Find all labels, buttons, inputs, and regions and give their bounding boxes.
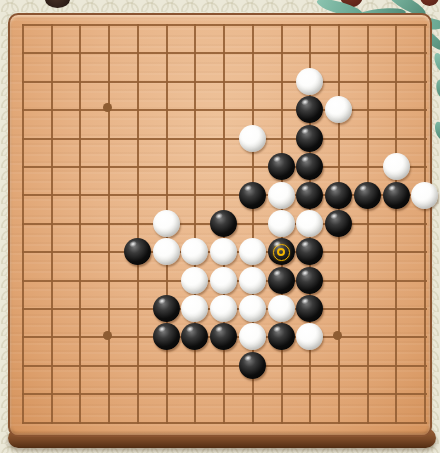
board-intersection[interactable] xyxy=(209,39,238,67)
white-stone xyxy=(296,323,323,350)
board-intersection[interactable] xyxy=(94,408,123,436)
board-intersection[interactable] xyxy=(238,408,267,436)
board-intersection[interactable] xyxy=(267,11,296,39)
board-intersection[interactable] xyxy=(353,351,382,379)
white-stone xyxy=(210,267,237,294)
board-intersection[interactable] xyxy=(410,11,439,39)
board-intersection[interactable] xyxy=(94,351,123,379)
board-intersection[interactable] xyxy=(382,408,411,436)
black-stone xyxy=(268,323,295,350)
black-stone xyxy=(296,267,323,294)
board-intersection[interactable] xyxy=(8,266,37,294)
board-intersection[interactable] xyxy=(37,238,66,266)
board-intersection[interactable] xyxy=(8,124,37,152)
board-intersection[interactable] xyxy=(324,294,353,322)
black-stone xyxy=(296,96,323,123)
board-intersection xyxy=(238,266,267,294)
board-intersection[interactable] xyxy=(66,323,95,351)
board-intersection[interactable] xyxy=(267,39,296,67)
board-intersection[interactable] xyxy=(152,11,181,39)
board-intersection[interactable] xyxy=(238,152,267,180)
white-stone xyxy=(210,238,237,265)
board-intersection[interactable] xyxy=(152,96,181,124)
board-intersection[interactable] xyxy=(382,11,411,39)
board-intersection[interactable] xyxy=(8,351,37,379)
board-intersection[interactable] xyxy=(238,380,267,408)
board-intersection[interactable] xyxy=(296,351,325,379)
board-intersection xyxy=(296,67,325,95)
board-intersection[interactable] xyxy=(382,39,411,67)
board-intersection[interactable] xyxy=(209,96,238,124)
black-stone xyxy=(268,267,295,294)
board-intersection xyxy=(181,323,210,351)
board-intersection[interactable] xyxy=(66,408,95,436)
board-intersection[interactable] xyxy=(382,294,411,322)
board-intersection xyxy=(267,181,296,209)
board-intersection[interactable] xyxy=(94,152,123,180)
board-intersection[interactable] xyxy=(8,11,37,39)
board-intersection[interactable] xyxy=(181,408,210,436)
board-intersection[interactable] xyxy=(8,408,37,436)
board-intersection[interactable] xyxy=(324,380,353,408)
board-intersection[interactable] xyxy=(123,380,152,408)
board-intersection[interactable] xyxy=(382,266,411,294)
board-intersection xyxy=(238,351,267,379)
black-stone xyxy=(239,352,266,379)
board-intersection[interactable] xyxy=(8,209,37,237)
board-intersection[interactable] xyxy=(8,39,37,67)
board-intersection[interactable] xyxy=(209,11,238,39)
board-intersection[interactable] xyxy=(353,11,382,39)
board-intersection[interactable] xyxy=(66,11,95,39)
board-intersection[interactable] xyxy=(410,380,439,408)
board-intersection[interactable] xyxy=(123,152,152,180)
board-intersection[interactable] xyxy=(267,67,296,95)
stone-grid xyxy=(8,11,439,437)
board-intersection[interactable] xyxy=(8,323,37,351)
board-intersection[interactable] xyxy=(324,238,353,266)
white-stone xyxy=(239,267,266,294)
board-intersection[interactable] xyxy=(410,351,439,379)
board-intersection xyxy=(181,294,210,322)
white-stone xyxy=(296,68,323,95)
white-stone xyxy=(268,182,295,209)
board-intersection[interactable] xyxy=(238,209,267,237)
board-intersection[interactable] xyxy=(123,39,152,67)
board-intersection[interactable] xyxy=(324,351,353,379)
white-stone xyxy=(239,323,266,350)
board-intersection xyxy=(296,152,325,180)
board-intersection xyxy=(324,96,353,124)
board-intersection[interactable] xyxy=(66,124,95,152)
board-intersection[interactable] xyxy=(353,294,382,322)
board-intersection xyxy=(209,209,238,237)
board-intersection[interactable] xyxy=(353,323,382,351)
board-intersection[interactable] xyxy=(410,209,439,237)
board-intersection xyxy=(296,181,325,209)
board-intersection[interactable] xyxy=(152,408,181,436)
board-intersection[interactable] xyxy=(353,67,382,95)
board-intersection[interactable] xyxy=(37,96,66,124)
board-intersection[interactable] xyxy=(66,380,95,408)
board-intersection[interactable] xyxy=(66,152,95,180)
board-intersection[interactable] xyxy=(37,380,66,408)
board-intersection[interactable] xyxy=(37,323,66,351)
board-intersection[interactable] xyxy=(324,408,353,436)
board-intersection[interactable] xyxy=(353,408,382,436)
board-intersection xyxy=(238,238,267,266)
board-intersection[interactable] xyxy=(353,380,382,408)
board-intersection xyxy=(410,181,439,209)
board-intersection[interactable] xyxy=(66,67,95,95)
board-intersection xyxy=(267,294,296,322)
black-stone xyxy=(153,295,180,322)
board-intersection[interactable] xyxy=(382,238,411,266)
board-intersection[interactable] xyxy=(410,294,439,322)
board-intersection[interactable] xyxy=(66,294,95,322)
white-stone xyxy=(268,295,295,322)
board-intersection[interactable] xyxy=(123,209,152,237)
board-intersection[interactable] xyxy=(94,11,123,39)
board-intersection[interactable] xyxy=(123,408,152,436)
board-intersection[interactable] xyxy=(209,181,238,209)
black-stone xyxy=(210,323,237,350)
white-stone xyxy=(239,238,266,265)
board-intersection xyxy=(267,238,296,266)
board-intersection[interactable] xyxy=(37,266,66,294)
board-intersection[interactable] xyxy=(94,67,123,95)
black-stone xyxy=(383,182,410,209)
board-intersection xyxy=(152,209,181,237)
board-intersection[interactable] xyxy=(353,96,382,124)
board-intersection[interactable] xyxy=(209,124,238,152)
board-intersection[interactable] xyxy=(152,67,181,95)
board-intersection[interactable] xyxy=(123,294,152,322)
black-stone xyxy=(296,238,323,265)
black-stone xyxy=(124,238,151,265)
board-intersection[interactable] xyxy=(267,96,296,124)
board-intersection[interactable] xyxy=(152,124,181,152)
board-intersection[interactable] xyxy=(410,323,439,351)
white-stone xyxy=(153,238,180,265)
white-stone xyxy=(411,182,438,209)
white-stone xyxy=(239,295,266,322)
board-intersection[interactable] xyxy=(382,96,411,124)
black-stone xyxy=(210,210,237,237)
board-intersection[interactable] xyxy=(181,181,210,209)
board-intersection xyxy=(209,294,238,322)
board-intersection[interactable] xyxy=(152,380,181,408)
board-intersection[interactable] xyxy=(410,39,439,67)
board-intersection[interactable] xyxy=(123,266,152,294)
board-intersection[interactable] xyxy=(94,266,123,294)
board-intersection[interactable] xyxy=(94,124,123,152)
board-intersection xyxy=(152,238,181,266)
board-intersection[interactable] xyxy=(296,408,325,436)
board-intersection[interactable] xyxy=(267,380,296,408)
board-intersection[interactable] xyxy=(152,266,181,294)
board-intersection[interactable] xyxy=(209,152,238,180)
black-stone xyxy=(325,182,352,209)
board-intersection[interactable] xyxy=(267,351,296,379)
board-intersection[interactable] xyxy=(123,124,152,152)
board-intersection[interactable] xyxy=(123,96,152,124)
board-intersection xyxy=(296,238,325,266)
board-intersection[interactable] xyxy=(8,181,37,209)
board-intersection xyxy=(382,152,411,180)
board-intersection[interactable] xyxy=(37,408,66,436)
board-intersection[interactable] xyxy=(410,238,439,266)
board-intersection[interactable] xyxy=(94,294,123,322)
board-intersection[interactable] xyxy=(267,408,296,436)
black-stone xyxy=(153,323,180,350)
board-intersection[interactable] xyxy=(37,181,66,209)
board-intersection xyxy=(267,323,296,351)
board-intersection[interactable] xyxy=(123,11,152,39)
black-stone xyxy=(296,153,323,180)
board-intersection[interactable] xyxy=(66,238,95,266)
board-intersection[interactable] xyxy=(382,351,411,379)
black-stone xyxy=(296,125,323,152)
board-intersection[interactable] xyxy=(66,39,95,67)
white-stone xyxy=(268,210,295,237)
board-intersection[interactable] xyxy=(353,266,382,294)
board-intersection[interactable] xyxy=(94,96,123,124)
board-surface xyxy=(8,13,432,437)
board-intersection[interactable] xyxy=(181,152,210,180)
board-intersection[interactable] xyxy=(382,380,411,408)
board-intersection[interactable] xyxy=(410,96,439,124)
board-intersection xyxy=(353,181,382,209)
white-stone xyxy=(181,238,208,265)
board-intersection xyxy=(181,238,210,266)
board-intersection[interactable] xyxy=(123,351,152,379)
board-intersection[interactable] xyxy=(94,39,123,67)
board-intersection[interactable] xyxy=(37,124,66,152)
board-intersection[interactable] xyxy=(37,67,66,95)
board-intersection[interactable] xyxy=(238,96,267,124)
gomoku-board xyxy=(8,13,436,448)
white-stone xyxy=(210,295,237,322)
board-intersection xyxy=(296,124,325,152)
board-intersection[interactable] xyxy=(37,152,66,180)
board-intersection xyxy=(152,323,181,351)
board-intersection xyxy=(296,209,325,237)
board-intersection[interactable] xyxy=(324,67,353,95)
board-intersection[interactable] xyxy=(238,39,267,67)
board-intersection[interactable] xyxy=(181,209,210,237)
board-intersection[interactable] xyxy=(324,39,353,67)
board-intersection[interactable] xyxy=(123,323,152,351)
board-intersection[interactable] xyxy=(8,294,37,322)
board-intersection[interactable] xyxy=(8,152,37,180)
board-intersection[interactable] xyxy=(324,266,353,294)
board-intersection[interactable] xyxy=(353,124,382,152)
board-intersection[interactable] xyxy=(181,351,210,379)
board-intersection[interactable] xyxy=(353,209,382,237)
board-intersection xyxy=(123,238,152,266)
board-intersection[interactable] xyxy=(123,67,152,95)
board-intersection xyxy=(238,181,267,209)
board-intersection[interactable] xyxy=(37,294,66,322)
black-stone xyxy=(296,295,323,322)
board-intersection[interactable] xyxy=(324,124,353,152)
board-intersection[interactable] xyxy=(410,67,439,95)
white-stone xyxy=(383,153,410,180)
board-intersection[interactable] xyxy=(181,67,210,95)
last-move-marker xyxy=(273,244,290,261)
board-intersection[interactable] xyxy=(66,181,95,209)
board-intersection[interactable] xyxy=(66,209,95,237)
board-intersection[interactable] xyxy=(94,323,123,351)
board-intersection[interactable] xyxy=(296,39,325,67)
black-stone xyxy=(239,182,266,209)
board-intersection[interactable] xyxy=(37,351,66,379)
board-intersection xyxy=(296,266,325,294)
board-intersection[interactable] xyxy=(410,408,439,436)
board-intersection[interactable] xyxy=(181,39,210,67)
board-intersection[interactable] xyxy=(209,351,238,379)
board-intersection[interactable] xyxy=(181,380,210,408)
board-intersection[interactable] xyxy=(382,67,411,95)
board-intersection[interactable] xyxy=(410,152,439,180)
black-stone xyxy=(181,323,208,350)
white-stone xyxy=(296,210,323,237)
board-intersection[interactable] xyxy=(296,380,325,408)
board-intersection[interactable] xyxy=(181,96,210,124)
board-intersection[interactable] xyxy=(382,124,411,152)
board-intersection[interactable] xyxy=(181,11,210,39)
black-stone xyxy=(268,153,295,180)
board-intersection xyxy=(209,323,238,351)
board-intersection[interactable] xyxy=(296,11,325,39)
board-intersection xyxy=(238,124,267,152)
black-stone xyxy=(325,210,352,237)
board-intersection[interactable] xyxy=(37,39,66,67)
board-intersection[interactable] xyxy=(94,209,123,237)
board-intersection[interactable] xyxy=(353,152,382,180)
board-intersection[interactable] xyxy=(152,152,181,180)
board-intersection[interactable] xyxy=(8,67,37,95)
board-intersection[interactable] xyxy=(66,96,95,124)
stone-bowl-icon xyxy=(420,0,439,6)
board-intersection[interactable] xyxy=(267,124,296,152)
board-intersection[interactable] xyxy=(209,380,238,408)
board-intersection[interactable] xyxy=(410,124,439,152)
board-intersection xyxy=(382,181,411,209)
board-intersection[interactable] xyxy=(324,323,353,351)
board-intersection xyxy=(267,152,296,180)
board-intersection[interactable] xyxy=(410,266,439,294)
board-intersection[interactable] xyxy=(152,181,181,209)
board-intersection xyxy=(181,266,210,294)
board-intersection[interactable] xyxy=(238,67,267,95)
dark-stone-decoration xyxy=(45,0,70,8)
board-intersection[interactable] xyxy=(94,181,123,209)
board-intersection xyxy=(324,209,353,237)
white-stone xyxy=(181,267,208,294)
board-intersection[interactable] xyxy=(94,238,123,266)
board-intersection[interactable] xyxy=(66,266,95,294)
black-stone xyxy=(296,182,323,209)
board-intersection xyxy=(238,294,267,322)
board-intersection[interactable] xyxy=(37,11,66,39)
board-intersection[interactable] xyxy=(37,209,66,237)
board-intersection[interactable] xyxy=(324,11,353,39)
board-intersection xyxy=(267,209,296,237)
board-intersection[interactable] xyxy=(238,11,267,39)
white-stone xyxy=(153,210,180,237)
board-intersection[interactable] xyxy=(123,181,152,209)
board-intersection[interactable] xyxy=(382,323,411,351)
board-intersection[interactable] xyxy=(94,380,123,408)
board-intersection[interactable] xyxy=(152,351,181,379)
board-intersection[interactable] xyxy=(209,67,238,95)
board-intersection[interactable] xyxy=(152,39,181,67)
board-intersection[interactable] xyxy=(382,209,411,237)
black-stone xyxy=(354,182,381,209)
board-intersection[interactable] xyxy=(8,96,37,124)
board-intersection xyxy=(296,96,325,124)
board-intersection xyxy=(238,323,267,351)
board-intersection[interactable] xyxy=(181,124,210,152)
board-intersection[interactable] xyxy=(8,238,37,266)
board-intersection xyxy=(296,294,325,322)
board-intersection xyxy=(324,181,353,209)
white-stone xyxy=(325,96,352,123)
board-intersection[interactable] xyxy=(324,152,353,180)
board-intersection xyxy=(152,294,181,322)
white-stone xyxy=(239,125,266,152)
board-intersection[interactable] xyxy=(353,39,382,67)
board-intersection xyxy=(267,266,296,294)
board-intersection[interactable] xyxy=(8,380,37,408)
board-intersection xyxy=(296,323,325,351)
board-intersection xyxy=(209,238,238,266)
board-intersection[interactable] xyxy=(66,351,95,379)
game-screen xyxy=(0,0,440,453)
board-intersection xyxy=(209,266,238,294)
board-intersection[interactable] xyxy=(209,408,238,436)
board-intersection[interactable] xyxy=(353,238,382,266)
white-stone xyxy=(181,295,208,322)
black-stone xyxy=(268,238,295,265)
